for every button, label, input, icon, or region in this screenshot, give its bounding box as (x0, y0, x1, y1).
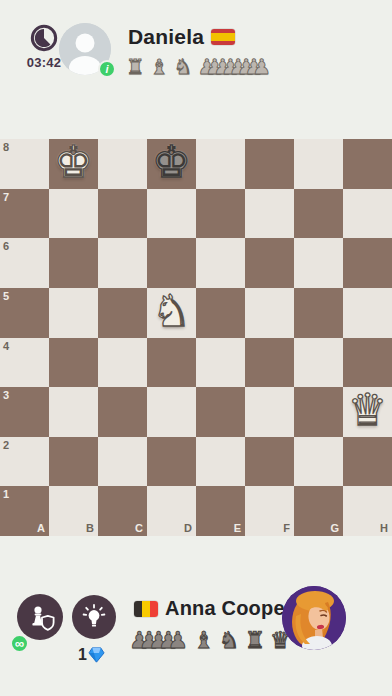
gem-icon (88, 647, 105, 663)
player-bar: ∞ 1 (0, 536, 392, 696)
square-g7[interactable] (294, 189, 343, 239)
square-b5[interactable] (49, 288, 98, 338)
square-e5[interactable] (196, 288, 245, 338)
rank-label-3: 3 (3, 389, 9, 401)
square-e1[interactable]: E (196, 486, 245, 536)
file-label-a: A (37, 522, 45, 534)
captured-piece: ♜ (244, 629, 265, 652)
opponent-name: Daniela (128, 25, 204, 49)
captured-piece: ♝ (193, 629, 214, 652)
square-a1[interactable]: 1A (0, 486, 49, 536)
square-g2[interactable] (294, 437, 343, 487)
square-e7[interactable] (196, 189, 245, 239)
square-d3[interactable] (147, 387, 196, 437)
white-queen[interactable]: ♛ (348, 388, 387, 432)
square-g5[interactable] (294, 288, 343, 338)
captured-group: ♟♟♟♟♟ (129, 629, 188, 652)
white-knight[interactable]: ♞ (152, 289, 191, 333)
square-h7[interactable] (343, 189, 392, 239)
captured-group: ♞ (219, 629, 240, 652)
square-d8[interactable]: ♚ (147, 139, 196, 189)
square-g6[interactable] (294, 238, 343, 288)
square-c5[interactable] (98, 288, 147, 338)
captured-piece: ♝ (150, 57, 169, 78)
square-a4[interactable]: 4 (0, 338, 49, 388)
lightbulb-icon (80, 603, 108, 631)
square-h1[interactable]: H (343, 486, 392, 536)
square-g8[interactable] (294, 139, 343, 189)
rank-label-7: 7 (3, 191, 9, 203)
chess-app-screen: 03:42 i Daniela ♜♝♞♟♟♟♟♟♟♟♟ 8♚♚765♞43♛21… (0, 0, 392, 696)
file-label-b: B (86, 522, 94, 534)
captured-group: ♜ (244, 629, 265, 652)
file-label-g: G (330, 522, 339, 534)
captured-piece: ♟ (252, 57, 271, 78)
belgium-flag-icon (134, 601, 158, 617)
square-c4[interactable] (98, 338, 147, 388)
square-a5[interactable]: 5 (0, 288, 49, 338)
square-d2[interactable] (147, 437, 196, 487)
square-g3[interactable] (294, 387, 343, 437)
rank-label-1: 1 (3, 488, 9, 500)
square-a8[interactable]: 8 (0, 139, 49, 189)
square-a6[interactable]: 6 (0, 238, 49, 288)
square-e8[interactable] (196, 139, 245, 189)
black-king[interactable]: ♚ (152, 140, 191, 184)
woman-portrait-illustration (282, 586, 346, 650)
hint-button[interactable] (72, 595, 116, 639)
square-g1[interactable]: G (294, 486, 343, 536)
pawn-shield-button[interactable] (17, 594, 63, 640)
opponent-captured-pieces: ♜♝♞♟♟♟♟♟♟♟♟ (126, 50, 271, 78)
square-c2[interactable] (98, 437, 147, 487)
square-h4[interactable] (343, 338, 392, 388)
rank-label-5: 5 (3, 290, 9, 302)
file-label-h: H (380, 522, 388, 534)
square-f3[interactable] (245, 387, 294, 437)
square-d6[interactable] (147, 238, 196, 288)
rank-label-8: 8 (3, 141, 9, 153)
file-label-d: D (184, 522, 192, 534)
info-badge[interactable]: i (98, 60, 116, 78)
square-e4[interactable] (196, 338, 245, 388)
square-f1[interactable]: F (245, 486, 294, 536)
square-b4[interactable] (49, 338, 98, 388)
square-f7[interactable] (245, 189, 294, 239)
square-c8[interactable] (98, 139, 147, 189)
square-g4[interactable] (294, 338, 343, 388)
square-f4[interactable] (245, 338, 294, 388)
square-e3[interactable] (196, 387, 245, 437)
square-b2[interactable] (49, 437, 98, 487)
captured-piece: ♞ (174, 57, 193, 78)
square-a7[interactable]: 7 (0, 189, 49, 239)
square-d7[interactable] (147, 189, 196, 239)
opponent-bar: 03:42 i Daniela ♜♝♞♟♟♟♟♟♟♟♟ (0, 0, 392, 139)
captured-piece: ♜ (126, 57, 145, 78)
square-c6[interactable] (98, 238, 147, 288)
file-label-e: E (234, 522, 241, 534)
file-label-c: C (135, 522, 143, 534)
rank-label-6: 6 (3, 240, 9, 252)
captured-group: ♟♟♟♟♟♟♟♟ (197, 57, 271, 78)
rank-label-2: 2 (3, 439, 9, 451)
captured-piece: ♟ (168, 629, 189, 652)
square-h2[interactable] (343, 437, 392, 487)
square-a2[interactable]: 2 (0, 437, 49, 487)
captured-piece: ♞ (219, 629, 240, 652)
white-king[interactable]: ♚ (54, 140, 93, 184)
square-f6[interactable] (245, 238, 294, 288)
file-label-f: F (283, 522, 290, 534)
square-b6[interactable] (49, 238, 98, 288)
hint-count: 1 (78, 646, 105, 664)
chess-board[interactable]: 8♚♚765♞43♛21ABCDEFGH (0, 139, 392, 536)
square-f8[interactable] (245, 139, 294, 189)
square-f5[interactable] (245, 288, 294, 338)
square-b7[interactable] (49, 189, 98, 239)
square-e2[interactable] (196, 437, 245, 487)
square-d1[interactable]: D (147, 486, 196, 536)
opponent-avatar[interactable]: i (59, 23, 111, 75)
hint-count-number: 1 (78, 646, 87, 664)
rank-label-4: 4 (3, 340, 9, 352)
square-b8[interactable]: ♚ (49, 139, 98, 189)
square-b1[interactable]: B (49, 486, 98, 536)
captured-group: ♝ (193, 629, 214, 652)
square-h8[interactable] (343, 139, 392, 189)
captured-group: ♝ (150, 57, 169, 78)
square-d4[interactable] (147, 338, 196, 388)
clock-timer-icon (30, 24, 58, 52)
player-name: Anna Cooper (165, 597, 293, 620)
spain-flag-icon (211, 29, 235, 45)
pawn-shield-icon (25, 602, 55, 632)
infinity-badge: ∞ (10, 634, 29, 653)
player-captured-pieces: ♟♟♟♟♟♝♞♜♛ (129, 622, 291, 652)
square-c7[interactable] (98, 189, 147, 239)
player-avatar[interactable] (282, 586, 346, 650)
square-b3[interactable] (49, 387, 98, 437)
square-e6[interactable] (196, 238, 245, 288)
captured-group: ♜ (126, 57, 145, 78)
square-h3[interactable]: ♛ (343, 387, 392, 437)
square-h6[interactable] (343, 238, 392, 288)
opponent-time: 03:42 (27, 55, 62, 70)
square-c1[interactable]: C (98, 486, 147, 536)
square-c3[interactable] (98, 387, 147, 437)
square-h5[interactable] (343, 288, 392, 338)
square-d5[interactable]: ♞ (147, 288, 196, 338)
square-a3[interactable]: 3 (0, 387, 49, 437)
square-f2[interactable] (245, 437, 294, 487)
captured-group: ♞ (174, 57, 193, 78)
